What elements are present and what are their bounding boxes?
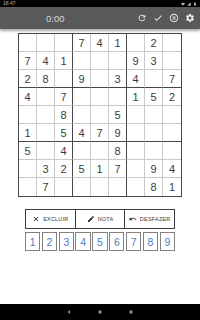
sudoku-cell[interactable] <box>145 70 163 88</box>
sudoku-cell[interactable]: 3 <box>109 70 127 88</box>
sudoku-cell[interactable] <box>109 178 127 196</box>
recents-icon[interactable] <box>128 309 134 315</box>
sudoku-cell[interactable]: 1 <box>127 88 145 106</box>
sudoku-cell[interactable]: 2 <box>163 88 181 106</box>
sudoku-cell[interactable] <box>163 52 181 70</box>
settings-icon[interactable] <box>185 13 195 23</box>
sudoku-cell[interactable] <box>37 88 55 106</box>
sudoku-cell[interactable] <box>73 88 91 106</box>
sudoku-cell[interactable] <box>37 124 55 142</box>
sudoku-cell[interactable]: 7 <box>109 160 127 178</box>
undo-button[interactable]: DESFAZER <box>124 210 174 228</box>
battery-icon <box>193 2 197 6</box>
sudoku-cell[interactable] <box>145 106 163 124</box>
numpad-9[interactable]: 9 <box>160 232 175 251</box>
sudoku-cell[interactable]: 3 <box>37 160 55 178</box>
sudoku-cell[interactable]: 8 <box>55 106 73 124</box>
numpad-7[interactable]: 7 <box>126 232 141 251</box>
sudoku-cell[interactable] <box>127 178 145 196</box>
sudoku-cell[interactable] <box>19 34 37 52</box>
sudoku-cell[interactable]: 5 <box>145 88 163 106</box>
sudoku-cell[interactable] <box>19 106 37 124</box>
sudoku-cell[interactable] <box>163 142 181 160</box>
sudoku-cell[interactable]: 9 <box>73 70 91 88</box>
signal-icon <box>187 2 191 6</box>
pencil-icon <box>87 215 95 223</box>
sudoku-cell[interactable] <box>73 178 91 196</box>
sudoku-cell[interactable]: 4 <box>19 88 37 106</box>
numpad-6[interactable]: 6 <box>109 232 124 251</box>
note-button[interactable]: NOTA <box>75 210 125 228</box>
numpad-1[interactable]: 1 <box>25 232 40 251</box>
sudoku-cell[interactable] <box>73 106 91 124</box>
undo-icon <box>129 215 137 223</box>
sudoku-cell[interactable]: 4 <box>91 34 109 52</box>
sudoku-cell[interactable]: 4 <box>73 124 91 142</box>
sudoku-cell[interactable]: 5 <box>55 124 73 142</box>
check-icon[interactable] <box>153 13 163 23</box>
numpad-5[interactable]: 5 <box>92 232 107 251</box>
sudoku-cell[interactable]: 9 <box>145 160 163 178</box>
sudoku-cell[interactable]: 3 <box>145 52 163 70</box>
sudoku-cell[interactable] <box>91 142 109 160</box>
sudoku-cell[interactable] <box>127 124 145 142</box>
sudoku-cell[interactable]: 2 <box>19 70 37 88</box>
sudoku-cell[interactable] <box>91 52 109 70</box>
sudoku-cell[interactable] <box>127 34 145 52</box>
sudoku-cell[interactable] <box>19 160 37 178</box>
tool-label: EXCLUIR <box>43 216 68 222</box>
sudoku-cell[interactable]: 7 <box>73 34 91 52</box>
sudoku-cell[interactable]: 7 <box>37 178 55 196</box>
sudoku-cell[interactable]: 1 <box>91 160 109 178</box>
toolbar: EXCLUIRNOTADESFAZER <box>25 209 175 229</box>
sudoku-cell[interactable]: 8 <box>37 70 55 88</box>
sudoku-cell[interactable]: 5 <box>19 142 37 160</box>
sudoku-cell[interactable] <box>109 88 127 106</box>
sudoku-cell[interactable]: 7 <box>19 52 37 70</box>
sudoku-cell[interactable] <box>163 106 181 124</box>
sudoku-cell[interactable] <box>145 124 163 142</box>
numpad-8[interactable]: 8 <box>143 232 158 251</box>
delete-button[interactable]: EXCLUIR <box>26 210 75 228</box>
sudoku-cell[interactable]: 4 <box>127 70 145 88</box>
app-bar-icons <box>137 7 195 29</box>
sudoku-cell[interactable] <box>55 34 73 52</box>
sudoku-cell[interactable] <box>109 52 127 70</box>
numpad: 123456789 <box>25 232 175 251</box>
sudoku-cell[interactable]: 2 <box>145 34 163 52</box>
sudoku-cell[interactable]: 1 <box>55 52 73 70</box>
sudoku-cell[interactable] <box>91 88 109 106</box>
back-icon[interactable] <box>66 309 72 315</box>
sudoku-cell[interactable] <box>73 142 91 160</box>
status-bar: 18:47 <box>0 0 200 7</box>
sudoku-cell[interactable] <box>73 52 91 70</box>
sudoku-cell[interactable] <box>37 142 55 160</box>
numpad-2[interactable]: 2 <box>42 232 57 251</box>
sudoku-cell[interactable] <box>127 106 145 124</box>
sudoku-cell[interactable] <box>163 34 181 52</box>
android-nav-bar <box>0 304 200 320</box>
sudoku-cell[interactable]: 7 <box>163 70 181 88</box>
sudoku-cell[interactable] <box>145 142 163 160</box>
sudoku-cell[interactable]: 7 <box>55 88 73 106</box>
sudoku-cell[interactable] <box>163 124 181 142</box>
sudoku-cell[interactable]: 9 <box>109 124 127 142</box>
restart-icon[interactable] <box>137 13 147 23</box>
sudoku-cell[interactable]: 8 <box>145 178 163 196</box>
sudoku-cell[interactable] <box>127 160 145 178</box>
home-icon[interactable] <box>97 309 103 315</box>
sudoku-cell[interactable]: 9 <box>127 52 145 70</box>
sudoku-cell[interactable] <box>91 178 109 196</box>
sudoku-cell[interactable]: 4 <box>55 142 73 160</box>
sudoku-cell[interactable]: 4 <box>37 52 55 70</box>
sudoku-cell[interactable]: 4 <box>163 160 181 178</box>
sudoku-cell[interactable]: 1 <box>163 178 181 196</box>
wifi-icon <box>181 2 185 6</box>
sudoku-cell[interactable] <box>37 34 55 52</box>
sudoku-cell[interactable] <box>55 70 73 88</box>
close-icon <box>32 215 40 223</box>
tool-label: DESFAZER <box>140 216 171 222</box>
sudoku-cell[interactable] <box>91 106 109 124</box>
sudoku-cell[interactable] <box>55 178 73 196</box>
sudoku-cell[interactable] <box>91 70 109 88</box>
numpad-4[interactable]: 4 <box>75 232 90 251</box>
sudoku-app-screen: 18:47 0:00 74127419328934747152851547954… <box>0 0 200 320</box>
sudoku-cell[interactable] <box>37 106 55 124</box>
sudoku-cell[interactable]: 8 <box>109 142 127 160</box>
sudoku-cell[interactable]: 7 <box>91 124 109 142</box>
sudoku-cell[interactable] <box>127 142 145 160</box>
sudoku-cell[interactable]: 5 <box>109 106 127 124</box>
status-time: 18:47 <box>3 0 16 7</box>
app-bar: 0:00 <box>0 7 200 29</box>
tool-label: NOTA <box>98 216 114 222</box>
sudoku-cell[interactable]: 2 <box>55 160 73 178</box>
sudoku-cell[interactable] <box>19 178 37 196</box>
sudoku-cell[interactable]: 1 <box>19 124 37 142</box>
status-bar-icons <box>181 2 197 6</box>
sudoku-cell[interactable]: 1 <box>109 34 127 52</box>
sudoku-board: 7412741932893474715285154795483251794781 <box>18 33 182 197</box>
sudoku-cell[interactable]: 5 <box>73 160 91 178</box>
game-timer: 0:00 <box>46 7 65 29</box>
pause-icon[interactable] <box>169 13 179 23</box>
numpad-3[interactable]: 3 <box>59 232 74 251</box>
